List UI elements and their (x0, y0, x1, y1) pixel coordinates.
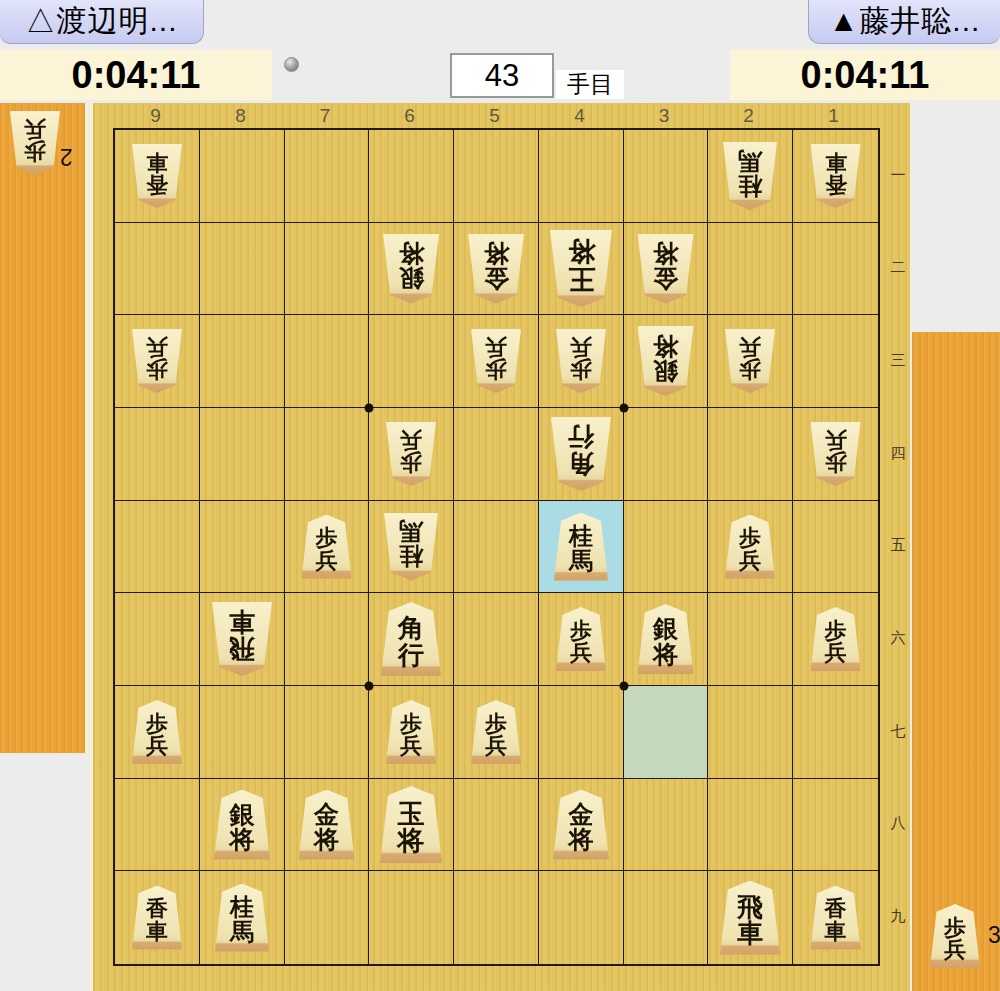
board-cell-3七[interactable] (624, 686, 708, 779)
board-cell-4七[interactable] (539, 686, 624, 779)
shogi-piece-歩兵-sente[interactable]: 歩兵 (556, 607, 606, 671)
rank-label-四: 四 (885, 444, 911, 463)
status-sphere-icon (284, 57, 299, 72)
star-point (365, 682, 374, 691)
gote-hand-pawn-count: 2 (60, 143, 73, 170)
board-cell-1五[interactable] (793, 501, 878, 593)
shogi-piece-香車-gote[interactable]: 香車 (811, 144, 861, 208)
board-cell-3一[interactable] (624, 130, 708, 223)
shogi-piece-歩兵-sente[interactable]: 歩兵 (386, 700, 436, 764)
file-label-7: 7 (308, 105, 342, 126)
shogi-piece-歩兵-gote[interactable]: 歩兵 (811, 422, 861, 486)
shogi-piece-香車-sente[interactable]: 香車 (811, 886, 861, 950)
board-cell-9六[interactable] (115, 593, 200, 686)
board-cell-2六[interactable] (708, 593, 793, 686)
board-cell-2九[interactable]: 飛車 (708, 871, 793, 964)
board-cell-6八[interactable]: 玉将 (369, 779, 454, 871)
gote-hand-tray: 歩兵 2 (0, 103, 88, 753)
board-cell-8八[interactable]: 銀将 (200, 779, 285, 871)
file-label-9: 9 (139, 105, 173, 126)
shogi-piece-歩兵-gote[interactable]: 歩兵 (556, 329, 606, 393)
board-cell-1八[interactable] (793, 779, 878, 871)
board-cell-6九[interactable] (369, 871, 454, 964)
shogi-piece-歩兵-gote[interactable]: 歩兵 (10, 111, 60, 175)
board-cell-3四[interactable] (624, 408, 708, 501)
board-cell-6六[interactable]: 角行 (369, 593, 454, 686)
star-point (620, 404, 629, 413)
gote-player-button[interactable]: △渡辺明... (0, 0, 204, 44)
board-cell-9四[interactable] (115, 408, 200, 501)
shogi-piece-玉将-sente[interactable]: 玉将 (380, 786, 442, 863)
board-cell-8六[interactable]: 飛車 (200, 593, 285, 686)
shogi-piece-歩兵-sente[interactable]: 歩兵 (302, 515, 352, 579)
board-grid: 香車桂馬香車銀将金将王将金将歩兵歩兵歩兵銀将歩兵歩兵角行歩兵歩兵桂馬桂馬歩兵飛車… (113, 128, 880, 966)
shogi-piece-角行-gote[interactable]: 角行 (551, 417, 611, 491)
board-cell-7三[interactable] (285, 315, 369, 408)
shogi-piece-銀将-gote[interactable]: 銀将 (638, 326, 694, 396)
board-cell-2四[interactable] (708, 408, 793, 501)
board-cell-7五[interactable]: 歩兵 (285, 501, 369, 593)
file-label-4: 4 (563, 105, 597, 126)
board-cell-2七[interactable] (708, 686, 793, 779)
board-cell-9三[interactable]: 歩兵 (115, 315, 200, 408)
board-cell-7六[interactable] (285, 593, 369, 686)
shogi-piece-歩兵-sente[interactable]: 歩兵 (811, 607, 861, 671)
board-cell-2一[interactable]: 桂馬 (708, 130, 793, 223)
shogi-board: 987654321 一二三四五六七八九 香車桂馬香車銀将金将王将金将歩兵歩兵歩兵… (90, 103, 910, 991)
board-cell-6七[interactable]: 歩兵 (369, 686, 454, 779)
shogi-piece-桂馬-gote[interactable]: 桂馬 (384, 513, 438, 581)
board-cell-3二[interactable]: 金将 (624, 223, 708, 315)
shogi-piece-歩兵-sente[interactable]: 歩兵 (471, 700, 521, 764)
board-cell-8五[interactable] (200, 501, 285, 593)
board-cell-1一[interactable]: 香車 (793, 130, 878, 223)
board-cell-5八[interactable] (454, 779, 539, 871)
board-cell-6四[interactable]: 歩兵 (369, 408, 454, 501)
board-cell-4二[interactable]: 王将 (539, 223, 624, 315)
board-cell-4六[interactable]: 歩兵 (539, 593, 624, 686)
board-cell-9二[interactable] (115, 223, 200, 315)
board-cell-6三[interactable] (369, 315, 454, 408)
shogi-piece-角行-sente[interactable]: 角行 (381, 602, 441, 676)
board-cell-1三[interactable] (793, 315, 878, 408)
board-cell-5二[interactable]: 金将 (454, 223, 539, 315)
board-cell-2二[interactable] (708, 223, 793, 315)
rank-label-一: 一 (885, 166, 911, 185)
board-cell-1四[interactable]: 歩兵 (793, 408, 878, 501)
file-label-2: 2 (732, 105, 766, 126)
rank-label-五: 五 (885, 536, 911, 555)
board-cell-4四[interactable]: 角行 (539, 408, 624, 501)
board-cell-9五[interactable] (115, 501, 200, 593)
board-cell-2八[interactable] (708, 779, 793, 871)
board-cell-8四[interactable] (200, 408, 285, 501)
move-number-label: 手目 (556, 70, 624, 99)
board-cell-3五[interactable] (624, 501, 708, 593)
shogi-piece-銀将-sente[interactable]: 銀将 (638, 604, 694, 674)
board-cell-8二[interactable] (200, 223, 285, 315)
board-cell-8七[interactable] (200, 686, 285, 779)
shogi-piece-香車-gote[interactable]: 香車 (132, 144, 182, 208)
shogi-piece-歩兵-gote[interactable]: 歩兵 (386, 422, 436, 486)
sente-hand-pawn-count: 3 (988, 922, 1000, 949)
shogi-piece-歩兵-sente[interactable]: 歩兵 (930, 904, 980, 968)
board-cell-5四[interactable] (454, 408, 539, 501)
board-cell-3三[interactable]: 銀将 (624, 315, 708, 408)
board-cell-9一[interactable]: 香車 (115, 130, 200, 223)
file-label-6: 6 (393, 105, 427, 126)
rank-label-九: 九 (885, 907, 911, 926)
shogi-piece-金将-gote[interactable]: 金将 (638, 234, 694, 304)
shogi-piece-銀将-sente[interactable]: 銀将 (214, 790, 270, 860)
rank-label-二: 二 (885, 258, 911, 277)
move-number-input[interactable]: 43 (450, 53, 554, 98)
shogi-piece-王将-gote[interactable]: 王将 (550, 230, 612, 307)
shogi-piece-金将-gote[interactable]: 金将 (468, 234, 524, 304)
board-cell-1二[interactable] (793, 223, 878, 315)
board-cell-3九[interactable] (624, 871, 708, 964)
board-cell-4一[interactable] (539, 130, 624, 223)
rank-label-六: 六 (885, 629, 911, 648)
board-cell-8九[interactable]: 桂馬 (200, 871, 285, 964)
board-cell-2五[interactable]: 歩兵 (708, 501, 793, 593)
shogi-piece-金将-sente[interactable]: 金将 (553, 790, 609, 860)
shogi-piece-歩兵-gote[interactable]: 歩兵 (471, 329, 521, 393)
board-cell-9八[interactable] (115, 779, 200, 871)
shogi-piece-桂馬-gote[interactable]: 桂馬 (723, 142, 777, 210)
rank-label-三: 三 (885, 351, 911, 370)
shogi-piece-銀将-gote[interactable]: 銀将 (383, 234, 439, 304)
board-cell-7七[interactable] (285, 686, 369, 779)
board-cell-7八[interactable]: 金将 (285, 779, 369, 871)
shogi-piece-金将-sente[interactable]: 金将 (299, 790, 355, 860)
gote-clock: 0:04:11 (0, 50, 272, 100)
board-cell-3六[interactable]: 銀将 (624, 593, 708, 686)
sente-clock: 0:04:11 (730, 50, 1000, 100)
board-cell-5一[interactable] (454, 130, 539, 223)
board-cell-5六[interactable] (454, 593, 539, 686)
board-cell-6一[interactable] (369, 130, 454, 223)
board-cell-4八[interactable]: 金将 (539, 779, 624, 871)
shogi-piece-飛車-sente[interactable]: 飛車 (720, 881, 780, 955)
board-cell-3八[interactable] (624, 779, 708, 871)
board-cell-1六[interactable]: 歩兵 (793, 593, 878, 686)
board-cell-6二[interactable]: 銀将 (369, 223, 454, 315)
sente-hand-tray: 歩兵 3 (912, 332, 1000, 991)
shogi-piece-歩兵-gote[interactable]: 歩兵 (725, 329, 775, 393)
board-cell-2三[interactable]: 歩兵 (708, 315, 793, 408)
shogi-piece-桂馬-sente[interactable]: 桂馬 (215, 884, 269, 952)
board-cell-1九[interactable]: 香車 (793, 871, 878, 964)
star-point (365, 404, 374, 413)
board-cell-7一[interactable] (285, 130, 369, 223)
board-cell-4三[interactable]: 歩兵 (539, 315, 624, 408)
rank-label-八: 八 (885, 814, 911, 833)
file-label-5: 5 (478, 105, 512, 126)
sente-player-button[interactable]: ▲藤井聡... (808, 0, 1000, 44)
board-cell-4九[interactable] (539, 871, 624, 964)
file-label-3: 3 (647, 105, 681, 126)
file-label-8: 8 (224, 105, 258, 126)
shogi-piece-歩兵-gote[interactable]: 歩兵 (132, 329, 182, 393)
shogi-piece-歩兵-sente[interactable]: 歩兵 (725, 515, 775, 579)
shogi-piece-香車-sente[interactable]: 香車 (132, 886, 182, 950)
board-cell-5五[interactable] (454, 501, 539, 593)
shogi-piece-桂馬-sente[interactable]: 桂馬 (554, 513, 608, 581)
board-cell-4五[interactable]: 桂馬 (539, 501, 624, 593)
star-point (620, 682, 629, 691)
board-cell-8三[interactable] (200, 315, 285, 408)
board-cell-1七[interactable] (793, 686, 878, 779)
board-cell-9七[interactable]: 歩兵 (115, 686, 200, 779)
board-cell-5三[interactable]: 歩兵 (454, 315, 539, 408)
board-cell-6五[interactable]: 桂馬 (369, 501, 454, 593)
board-cell-5七[interactable]: 歩兵 (454, 686, 539, 779)
board-cell-5九[interactable] (454, 871, 539, 964)
board-cell-8一[interactable] (200, 130, 285, 223)
board-cell-7四[interactable] (285, 408, 369, 501)
board-cell-7二[interactable] (285, 223, 369, 315)
board-cell-9九[interactable]: 香車 (115, 871, 200, 964)
rank-label-七: 七 (885, 722, 911, 741)
shogi-piece-飛車-gote[interactable]: 飛車 (212, 602, 272, 676)
board-cell-7九[interactable] (285, 871, 369, 964)
shogi-piece-歩兵-sente[interactable]: 歩兵 (132, 700, 182, 764)
file-label-1: 1 (817, 105, 851, 126)
